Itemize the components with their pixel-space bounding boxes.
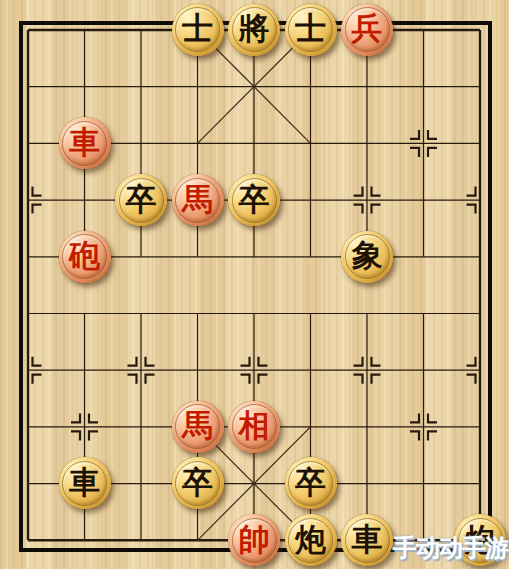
piece-char: 兵 [352,13,383,44]
piece-char: 卒 [126,184,157,215]
watermark: 手动动手游 [393,532,508,564]
piece-black-chariot[interactable]: 車 [59,457,111,509]
piece-char: 車 [69,127,100,158]
piece-red-soldier[interactable]: 兵 [341,4,393,56]
piece-char: 車 [352,524,383,555]
piece-char: 卒 [295,467,326,498]
piece-red-cannon[interactable]: 砲 [59,231,111,283]
piece-char: 相 [239,410,270,441]
piece-char: 車 [69,467,100,498]
piece-black-advisor[interactable]: 士 [285,4,337,56]
piece-red-horse[interactable]: 馬 [172,174,224,226]
piece-black-soldier[interactable]: 卒 [172,457,224,509]
piece-black-soldier[interactable]: 卒 [228,174,280,226]
piece-char: 帥 [239,524,270,555]
piece-char: 士 [295,13,326,44]
piece-red-horse[interactable]: 馬 [172,401,224,453]
piece-red-general[interactable]: 帥 [228,514,280,566]
piece-char: 象 [352,240,383,271]
piece-red-elephant[interactable]: 相 [228,401,280,453]
piece-char: 炮 [295,524,326,555]
piece-layer: 士將士兵車卒馬卒砲象馬相車卒卒帥炮車炮 [0,2,508,569]
piece-char: 將 [239,13,270,44]
piece-char: 馬 [182,184,213,215]
piece-char: 卒 [182,467,213,498]
piece-black-general[interactable]: 將 [228,4,280,56]
piece-char: 卒 [239,184,270,215]
piece-black-soldier[interactable]: 卒 [115,174,167,226]
piece-black-cannon[interactable]: 炮 [285,514,337,566]
piece-black-advisor[interactable]: 士 [172,4,224,56]
piece-char: 士 [182,13,213,44]
piece-black-soldier[interactable]: 卒 [285,457,337,509]
piece-black-elephant[interactable]: 象 [341,231,393,283]
piece-char: 馬 [182,410,213,441]
piece-black-chariot[interactable]: 車 [341,514,393,566]
xiangqi-app: 士將士兵車卒馬卒砲象馬相車卒卒帥炮車炮 手动动手游 [0,0,509,569]
piece-char: 砲 [69,240,100,271]
piece-red-chariot[interactable]: 車 [59,117,111,169]
